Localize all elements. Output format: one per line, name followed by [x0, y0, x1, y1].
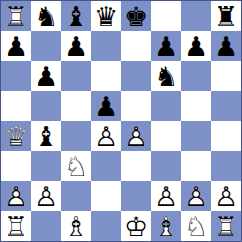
square-c4[interactable] [61, 121, 91, 151]
black-piece-glyph: ♞ [31, 1, 61, 31]
square-c8[interactable]: ♝ [61, 1, 91, 31]
square-e3[interactable] [121, 151, 151, 181]
square-a7[interactable]: ♟ [1, 31, 31, 61]
black-piece-glyph: ♟ [211, 31, 241, 61]
white-piece-outline: ♙ [151, 181, 181, 211]
square-h6[interactable] [211, 61, 241, 91]
white-pawn[interactable]: ♟♙ [91, 121, 121, 151]
square-b5[interactable] [31, 91, 61, 121]
white-queen[interactable]: ♛♕ [1, 121, 31, 151]
square-f4[interactable] [151, 121, 181, 151]
white-piece-outline: ♙ [1, 181, 31, 211]
square-h2[interactable]: ♟♙ [211, 181, 241, 211]
black-rook[interactable]: ♜ [211, 1, 241, 31]
chess-board-container: ♜♖♞♝♛♚♜♟♟♟♟♟♟♞♟♛♕♝♟♙♟♙♞♘♟♙♟♙♟♙♟♙♟♙♜♖♝♗♚♔… [0, 0, 242, 242]
square-e6[interactable] [121, 61, 151, 91]
square-d3[interactable] [91, 151, 121, 181]
white-piece-outline: ♖ [1, 1, 31, 31]
square-a2[interactable]: ♟♙ [1, 181, 31, 211]
square-a1[interactable]: ♜♖ [1, 211, 31, 241]
white-piece-outline: ♔ [121, 211, 151, 241]
square-g1[interactable]: ♞♘ [181, 211, 211, 241]
square-b4[interactable]: ♝ [31, 121, 61, 151]
black-piece-glyph: ♜ [211, 1, 241, 31]
white-bishop[interactable]: ♝♗ [61, 211, 91, 241]
square-h5[interactable] [211, 91, 241, 121]
square-b7[interactable] [31, 31, 61, 61]
white-piece-outline: ♖ [211, 211, 241, 241]
white-rook[interactable]: ♜♖ [211, 211, 241, 241]
black-piece-glyph: ♟ [1, 31, 31, 61]
white-pawn[interactable]: ♟♙ [151, 181, 181, 211]
white-knight[interactable]: ♞♘ [181, 211, 211, 241]
black-bishop[interactable]: ♝ [61, 1, 91, 31]
square-g6[interactable] [181, 61, 211, 91]
square-e8[interactable]: ♚ [121, 1, 151, 31]
square-d8[interactable]: ♛ [91, 1, 121, 31]
white-pawn[interactable]: ♟♙ [211, 181, 241, 211]
square-d5[interactable]: ♟ [91, 91, 121, 121]
square-f7[interactable]: ♟ [151, 31, 181, 61]
white-pawn[interactable]: ♟♙ [181, 181, 211, 211]
white-knight[interactable]: ♞♘ [61, 151, 91, 181]
white-piece-outline: ♙ [121, 121, 151, 151]
black-piece-glyph: ♝ [61, 1, 91, 31]
square-f2[interactable]: ♟♙ [151, 181, 181, 211]
black-piece-glyph: ♚ [121, 1, 151, 31]
square-f6[interactable]: ♞ [151, 61, 181, 91]
square-e4[interactable]: ♟♙ [121, 121, 151, 151]
black-pawn[interactable]: ♟ [91, 91, 121, 121]
square-c3[interactable]: ♞♘ [61, 151, 91, 181]
black-pawn[interactable]: ♟ [151, 31, 181, 61]
white-piece-outline: ♖ [1, 211, 31, 241]
black-piece-glyph: ♝ [31, 121, 61, 151]
black-knight[interactable]: ♞ [31, 1, 61, 31]
square-b6[interactable]: ♟ [31, 61, 61, 91]
square-g4[interactable] [181, 121, 211, 151]
square-g8[interactable] [181, 1, 211, 31]
white-piece-outline: ♘ [181, 211, 211, 241]
white-piece-outline: ♙ [91, 121, 121, 151]
square-h7[interactable]: ♟ [211, 31, 241, 61]
square-g3[interactable] [181, 151, 211, 181]
white-piece-outline: ♗ [61, 211, 91, 241]
white-piece-outline: ♙ [31, 181, 61, 211]
white-piece-outline: ♘ [61, 151, 91, 181]
square-h4[interactable] [211, 121, 241, 151]
black-piece-glyph: ♟ [151, 31, 181, 61]
square-b8[interactable]: ♞ [31, 1, 61, 31]
square-b1[interactable] [31, 211, 61, 241]
black-pawn[interactable]: ♟ [1, 31, 31, 61]
black-piece-glyph: ♟ [181, 31, 211, 61]
square-c6[interactable] [61, 61, 91, 91]
white-piece-outline: ♗ [151, 211, 181, 241]
black-piece-glyph: ♟ [61, 31, 91, 61]
white-pawn[interactable]: ♟♙ [121, 121, 151, 151]
square-g7[interactable]: ♟ [181, 31, 211, 61]
square-h1[interactable]: ♜♖ [211, 211, 241, 241]
square-a3[interactable] [1, 151, 31, 181]
white-piece-outline: ♕ [1, 121, 31, 151]
black-pawn[interactable]: ♟ [31, 61, 61, 91]
square-f8[interactable] [151, 1, 181, 31]
square-c7[interactable]: ♟ [61, 31, 91, 61]
square-d6[interactable] [91, 61, 121, 91]
white-piece-outline: ♙ [181, 181, 211, 211]
square-f3[interactable] [151, 151, 181, 181]
white-pawn[interactable]: ♟♙ [1, 181, 31, 211]
chess-board: ♜♖♞♝♛♚♜♟♟♟♟♟♟♞♟♛♕♝♟♙♟♙♞♘♟♙♟♙♟♙♟♙♟♙♜♖♝♗♚♔… [0, 0, 242, 242]
square-c2[interactable] [61, 181, 91, 211]
white-piece-outline: ♙ [211, 181, 241, 211]
square-b2[interactable]: ♟♙ [31, 181, 61, 211]
square-g5[interactable] [181, 91, 211, 121]
black-piece-glyph: ♛ [91, 1, 121, 31]
black-pawn[interactable]: ♟ [181, 31, 211, 61]
square-e7[interactable] [121, 31, 151, 61]
square-d2[interactable] [91, 181, 121, 211]
square-d7[interactable] [91, 31, 121, 61]
black-piece-glyph: ♟ [91, 91, 121, 121]
square-g2[interactable]: ♟♙ [181, 181, 211, 211]
square-e2[interactable] [121, 181, 151, 211]
black-queen[interactable]: ♛ [91, 1, 121, 31]
square-d4[interactable]: ♟♙ [91, 121, 121, 151]
black-knight[interactable]: ♞ [151, 61, 181, 91]
black-bishop[interactable]: ♝ [31, 121, 61, 151]
square-a8[interactable]: ♜♖ [1, 1, 31, 31]
square-d1[interactable] [91, 211, 121, 241]
white-pawn[interactable]: ♟♙ [31, 181, 61, 211]
square-h8[interactable]: ♜ [211, 1, 241, 31]
black-piece-glyph: ♞ [151, 61, 181, 91]
black-pawn[interactable]: ♟ [61, 31, 91, 61]
white-king[interactable]: ♚♔ [121, 211, 151, 241]
square-f1[interactable]: ♝♗ [151, 211, 181, 241]
white-bishop[interactable]: ♝♗ [151, 211, 181, 241]
square-b3[interactable] [31, 151, 61, 181]
white-rook[interactable]: ♜♖ [1, 211, 31, 241]
black-king[interactable]: ♚ [121, 1, 151, 31]
square-f5[interactable] [151, 91, 181, 121]
square-h3[interactable] [211, 151, 241, 181]
square-c1[interactable]: ♝♗ [61, 211, 91, 241]
square-e5[interactable] [121, 91, 151, 121]
black-pawn[interactable]: ♟ [211, 31, 241, 61]
black-piece-glyph: ♟ [31, 61, 61, 91]
white-rook[interactable]: ♜♖ [1, 1, 31, 31]
square-a6[interactable] [1, 61, 31, 91]
square-a4[interactable]: ♛♕ [1, 121, 31, 151]
square-e1[interactable]: ♚♔ [121, 211, 151, 241]
square-a5[interactable] [1, 91, 31, 121]
square-c5[interactable] [61, 91, 91, 121]
